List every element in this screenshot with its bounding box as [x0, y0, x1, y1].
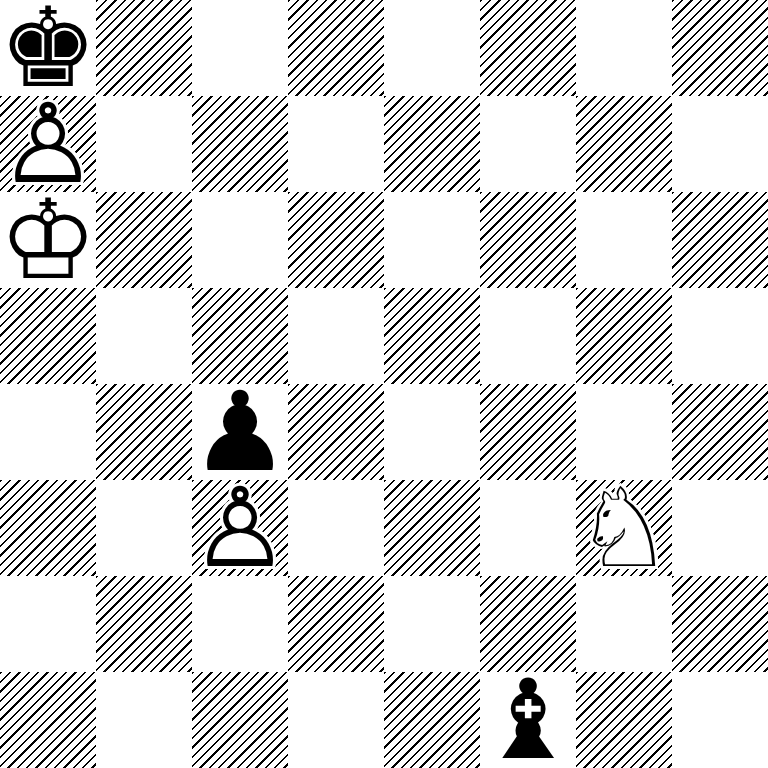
square-e5[interactable] [384, 288, 480, 384]
black-king-icon: ♚ [0, 0, 96, 96]
square-a7[interactable]: ♟♙ [0, 96, 96, 192]
square-e1[interactable] [384, 672, 480, 768]
white-pawn-icon: ♙ [0, 96, 96, 192]
square-b6[interactable] [96, 192, 192, 288]
square-b5[interactable] [96, 288, 192, 384]
square-g3[interactable]: ♞♘ [576, 480, 672, 576]
square-c7[interactable] [192, 96, 288, 192]
square-c2[interactable] [192, 576, 288, 672]
square-g1[interactable] [576, 672, 672, 768]
square-d2[interactable] [288, 576, 384, 672]
square-e7[interactable] [384, 96, 480, 192]
square-f2[interactable] [480, 576, 576, 672]
square-f8[interactable] [480, 0, 576, 96]
square-e3[interactable] [384, 480, 480, 576]
square-h7[interactable] [672, 96, 768, 192]
square-b2[interactable] [96, 576, 192, 672]
square-d1[interactable] [288, 672, 384, 768]
square-f6[interactable] [480, 192, 576, 288]
white-king-icon: ♔ [0, 192, 96, 288]
square-a2[interactable] [0, 576, 96, 672]
square-h4[interactable] [672, 384, 768, 480]
white-pawn-icon: ♙ [192, 480, 288, 576]
black-pawn-icon: ♟ [192, 384, 288, 480]
square-d6[interactable] [288, 192, 384, 288]
square-h8[interactable] [672, 0, 768, 96]
square-d7[interactable] [288, 96, 384, 192]
square-b4[interactable] [96, 384, 192, 480]
square-d8[interactable] [288, 0, 384, 96]
black-king-halo: ♚ [0, 0, 96, 96]
square-a1[interactable] [0, 672, 96, 768]
square-c6[interactable] [192, 192, 288, 288]
square-h6[interactable] [672, 192, 768, 288]
square-g5[interactable] [576, 288, 672, 384]
square-e8[interactable] [384, 0, 480, 96]
square-f3[interactable] [480, 480, 576, 576]
square-c4[interactable]: ♟♟ [192, 384, 288, 480]
square-d5[interactable] [288, 288, 384, 384]
chess-board: ♚♚♟♙♚♔♟♟♟♙♞♘♝♝ [0, 0, 768, 768]
square-e4[interactable] [384, 384, 480, 480]
square-g6[interactable] [576, 192, 672, 288]
square-h3[interactable] [672, 480, 768, 576]
square-h2[interactable] [672, 576, 768, 672]
square-g4[interactable] [576, 384, 672, 480]
square-a6[interactable]: ♚♔ [0, 192, 96, 288]
black-pawn-halo: ♟ [192, 384, 288, 480]
square-a4[interactable] [0, 384, 96, 480]
black-bishop-halo: ♝ [480, 672, 576, 768]
square-h1[interactable] [672, 672, 768, 768]
square-e6[interactable] [384, 192, 480, 288]
white-knight-icon: ♘ [576, 480, 672, 576]
square-f4[interactable] [480, 384, 576, 480]
square-h5[interactable] [672, 288, 768, 384]
square-b7[interactable] [96, 96, 192, 192]
square-a3[interactable] [0, 480, 96, 576]
square-c8[interactable] [192, 0, 288, 96]
white-king-halo: ♚ [0, 192, 96, 288]
square-b3[interactable] [96, 480, 192, 576]
square-c3[interactable]: ♟♙ [192, 480, 288, 576]
square-g8[interactable] [576, 0, 672, 96]
chess-diagram: ♚♚♟♙♚♔♟♟♟♙♞♘♝♝ [0, 0, 768, 768]
square-g2[interactable] [576, 576, 672, 672]
square-f5[interactable] [480, 288, 576, 384]
square-g7[interactable] [576, 96, 672, 192]
square-a8[interactable]: ♚♚ [0, 0, 96, 96]
square-a5[interactable] [0, 288, 96, 384]
square-d4[interactable] [288, 384, 384, 480]
square-d3[interactable] [288, 480, 384, 576]
white-pawn-halo: ♟ [192, 480, 288, 576]
square-f7[interactable] [480, 96, 576, 192]
square-f1[interactable]: ♝♝ [480, 672, 576, 768]
square-c1[interactable] [192, 672, 288, 768]
white-pawn-halo: ♟ [0, 96, 96, 192]
square-c5[interactable] [192, 288, 288, 384]
white-knight-halo: ♞ [576, 480, 672, 576]
square-b1[interactable] [96, 672, 192, 768]
square-e2[interactable] [384, 576, 480, 672]
square-b8[interactable] [96, 0, 192, 96]
black-bishop-icon: ♝ [480, 672, 576, 768]
